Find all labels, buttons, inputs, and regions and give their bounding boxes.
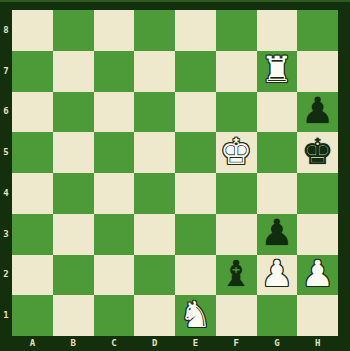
square-b7[interactable] bbox=[53, 51, 94, 92]
square-d4[interactable] bbox=[134, 173, 175, 214]
square-d1[interactable] bbox=[134, 295, 175, 336]
white-rook-g7[interactable]: ♜ bbox=[261, 52, 293, 88]
square-f8[interactable] bbox=[216, 10, 257, 51]
square-b6[interactable] bbox=[53, 92, 94, 133]
square-e1[interactable]: ♞ bbox=[175, 295, 216, 336]
frame-top-highlight bbox=[0, 0, 350, 2]
square-f1[interactable] bbox=[216, 295, 257, 336]
square-h6[interactable]: ♟ bbox=[297, 92, 338, 133]
square-a4[interactable] bbox=[12, 173, 53, 214]
black-pawn-h6[interactable]: ♟ bbox=[301, 93, 333, 129]
black-bishop-f2[interactable]: ♝ bbox=[220, 256, 252, 292]
square-g1[interactable] bbox=[257, 295, 298, 336]
file-label-a: A bbox=[12, 336, 53, 351]
rank-label-2: 2 bbox=[0, 255, 12, 296]
chess-board: ♜♟♚♚♟♝♟♟♞ bbox=[12, 10, 338, 336]
square-e6[interactable] bbox=[175, 92, 216, 133]
square-f6[interactable] bbox=[216, 92, 257, 133]
square-c8[interactable] bbox=[94, 10, 135, 51]
square-b8[interactable] bbox=[53, 10, 94, 51]
square-c5[interactable] bbox=[94, 132, 135, 173]
square-a6[interactable] bbox=[12, 92, 53, 133]
file-label-d: D bbox=[134, 336, 175, 351]
square-f5[interactable]: ♚ bbox=[216, 132, 257, 173]
square-f4[interactable] bbox=[216, 173, 257, 214]
file-label-h: H bbox=[297, 336, 338, 351]
square-c4[interactable] bbox=[94, 173, 135, 214]
square-a5[interactable] bbox=[12, 132, 53, 173]
black-pawn-g3[interactable]: ♟ bbox=[261, 215, 293, 251]
rank-label-7: 7 bbox=[0, 51, 12, 92]
white-pawn-h2[interactable]: ♟ bbox=[301, 256, 333, 292]
square-b4[interactable] bbox=[53, 173, 94, 214]
square-g6[interactable] bbox=[257, 92, 298, 133]
square-e2[interactable] bbox=[175, 255, 216, 296]
square-f3[interactable] bbox=[216, 214, 257, 255]
square-g7[interactable]: ♜ bbox=[257, 51, 298, 92]
rank-label-8: 8 bbox=[0, 10, 12, 51]
square-f7[interactable] bbox=[216, 51, 257, 92]
square-d2[interactable] bbox=[134, 255, 175, 296]
square-e4[interactable] bbox=[175, 173, 216, 214]
file-label-c: C bbox=[94, 336, 135, 351]
square-h7[interactable] bbox=[297, 51, 338, 92]
square-c6[interactable] bbox=[94, 92, 135, 133]
square-d6[interactable] bbox=[134, 92, 175, 133]
square-b2[interactable] bbox=[53, 255, 94, 296]
square-h8[interactable] bbox=[297, 10, 338, 51]
square-c2[interactable] bbox=[94, 255, 135, 296]
square-g3[interactable]: ♟ bbox=[257, 214, 298, 255]
square-e8[interactable] bbox=[175, 10, 216, 51]
square-c7[interactable] bbox=[94, 51, 135, 92]
square-g8[interactable] bbox=[257, 10, 298, 51]
file-label-b: B bbox=[53, 336, 94, 351]
square-b3[interactable] bbox=[53, 214, 94, 255]
square-a3[interactable] bbox=[12, 214, 53, 255]
square-h3[interactable] bbox=[297, 214, 338, 255]
square-f2[interactable]: ♝ bbox=[216, 255, 257, 296]
white-pawn-g2[interactable]: ♟ bbox=[261, 256, 293, 292]
rank-label-6: 6 bbox=[0, 92, 12, 133]
file-labels: ABCDEFGH bbox=[12, 336, 338, 351]
square-d3[interactable] bbox=[134, 214, 175, 255]
square-a7[interactable] bbox=[12, 51, 53, 92]
white-king-f5[interactable]: ♚ bbox=[220, 134, 252, 170]
rank-label-3: 3 bbox=[0, 214, 12, 255]
square-h4[interactable] bbox=[297, 173, 338, 214]
rank-label-4: 4 bbox=[0, 173, 12, 214]
square-b1[interactable] bbox=[53, 295, 94, 336]
square-h1[interactable] bbox=[297, 295, 338, 336]
rank-label-1: 1 bbox=[0, 295, 12, 336]
square-e5[interactable] bbox=[175, 132, 216, 173]
white-knight-e1[interactable]: ♞ bbox=[179, 297, 211, 333]
square-g2[interactable]: ♟ bbox=[257, 255, 298, 296]
square-d5[interactable] bbox=[134, 132, 175, 173]
square-c3[interactable] bbox=[94, 214, 135, 255]
square-e3[interactable] bbox=[175, 214, 216, 255]
file-label-g: G bbox=[257, 336, 298, 351]
square-a2[interactable] bbox=[12, 255, 53, 296]
square-d8[interactable] bbox=[134, 10, 175, 51]
file-label-f: F bbox=[216, 336, 257, 351]
square-e7[interactable] bbox=[175, 51, 216, 92]
square-b5[interactable] bbox=[53, 132, 94, 173]
square-a1[interactable] bbox=[12, 295, 53, 336]
black-king-h5[interactable]: ♚ bbox=[301, 134, 333, 170]
file-label-e: E bbox=[175, 336, 216, 351]
chess-board-frame: 87654321 ♜♟♚♚♟♝♟♟♞ ABCDEFGH bbox=[0, 0, 350, 351]
square-h2[interactable]: ♟ bbox=[297, 255, 338, 296]
square-g5[interactable] bbox=[257, 132, 298, 173]
rank-labels: 87654321 bbox=[0, 10, 12, 336]
square-g4[interactable] bbox=[257, 173, 298, 214]
square-a8[interactable] bbox=[12, 10, 53, 51]
square-h5[interactable]: ♚ bbox=[297, 132, 338, 173]
square-c1[interactable] bbox=[94, 295, 135, 336]
square-d7[interactable] bbox=[134, 51, 175, 92]
rank-label-5: 5 bbox=[0, 132, 12, 173]
